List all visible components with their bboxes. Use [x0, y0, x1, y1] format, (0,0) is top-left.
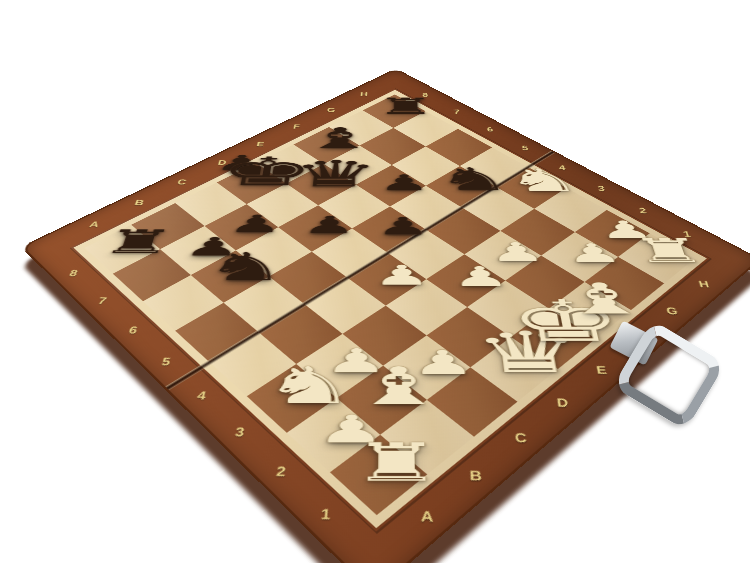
rank-label-left-4: 4 [196, 389, 208, 403]
file-label-far-C: C [176, 178, 188, 186]
piece-bP-e5[interactable]: ♟ [376, 214, 431, 238]
rank-label-left-7: 7 [97, 295, 109, 306]
file-label-near-H: H [697, 279, 711, 290]
rank-label-left-3: 3 [234, 425, 246, 440]
rank-label-left-6: 6 [127, 324, 139, 336]
rank-label-left-8: 8 [68, 268, 80, 278]
piece-bP-f6[interactable]: ♟ [379, 172, 430, 193]
piece-wR-h1[interactable]: ♜ [628, 235, 711, 268]
rank-label-right-5: 5 [521, 144, 529, 151]
file-label-near-A: A [421, 508, 434, 525]
chess-board: ♜♚♝♜♟♟♛♞♟♟♟♞♟♞♞♟♟♟♟♝♟♟♟♜♛♚♝♜ AABBCCDDEEF… [20, 68, 750, 563]
piece-bP-d6[interactable]: ♟ [301, 213, 357, 237]
rank-label-left-1: 1 [320, 505, 332, 522]
piece-bR-a8[interactable]: ♜ [97, 226, 178, 258]
file-label-far-A: A [88, 220, 101, 229]
file-label-near-B: B [469, 467, 482, 483]
photo-stage: ♜♚♝♜♟♟♛♞♟♟♟♞♟♞♞♟♟♟♟♝♟♟♟♜♛♚♝♜ AABBCCDDEEF… [0, 0, 750, 563]
rank-label-right-6: 6 [487, 126, 494, 133]
piece-wP-e3[interactable]: ♟ [451, 263, 511, 290]
file-label-far-E: E [256, 140, 266, 147]
piece-bN-b6[interactable]: ♞ [201, 248, 290, 287]
file-label-near-G: G [665, 305, 680, 316]
piece-wP-c2[interactable]: ♟ [411, 346, 476, 379]
file-label-near-D: D [556, 396, 570, 410]
rank-label-left-5: 5 [160, 355, 172, 368]
rank-label-right-3: 3 [597, 184, 606, 192]
piece-wR-a1[interactable]: ♜ [351, 437, 444, 490]
piece-wP-d4[interactable]: ♟ [373, 262, 431, 289]
file-label-near-C: C [514, 430, 528, 445]
file-label-far-B: B [133, 198, 145, 207]
piece-bB-f8[interactable]: ♝ [302, 124, 375, 152]
board-grid: ♜♚♝♜♟♟♛♞♟♟♟♞♟♞♞♟♟♟♟♝♟♟♟♜♛♚♝♜ [85, 94, 696, 515]
piece-wN-h4[interactable]: ♞ [504, 165, 584, 196]
piece-bR-h8[interactable]: ♜ [376, 95, 436, 117]
piece-bQ-e7[interactable]: ♛ [289, 156, 379, 193]
rank-label-right-2: 2 [638, 206, 648, 215]
piece-bN-g5[interactable]: ♞ [436, 164, 513, 195]
file-label-far-G: G [327, 107, 337, 114]
rank-label-left-2: 2 [275, 463, 287, 479]
piece-wB-f1[interactable]: ♝ [555, 278, 653, 321]
piece-bP-c7[interactable]: ♟ [227, 212, 285, 236]
clasp [604, 320, 724, 420]
rank-label-right-7: 7 [454, 108, 461, 115]
piece-wP-f3[interactable]: ♟ [487, 239, 547, 265]
file-label-far-H: H [360, 91, 368, 97]
file-label-far-F: F [293, 123, 301, 130]
piece-wP-g2[interactable]: ♟ [563, 241, 625, 267]
